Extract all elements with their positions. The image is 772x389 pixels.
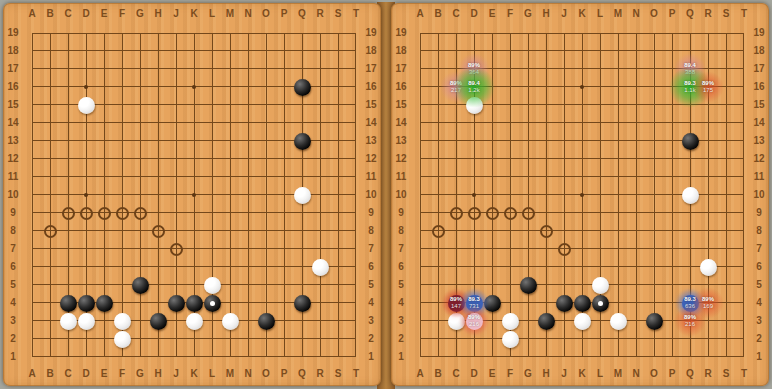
point-L13[interactable] — [591, 132, 609, 150]
point-F15[interactable] — [501, 96, 519, 114]
point-E4[interactable] — [483, 294, 501, 312]
point-D13[interactable] — [77, 132, 95, 150]
point-L10[interactable] — [203, 186, 221, 204]
point-F13[interactable] — [113, 132, 131, 150]
point-P17[interactable] — [275, 60, 293, 78]
point-O14[interactable] — [257, 114, 275, 132]
point-L2[interactable] — [591, 330, 609, 348]
point-Q13[interactable] — [293, 132, 311, 150]
point-A11[interactable] — [411, 168, 429, 186]
point-F12[interactable] — [501, 150, 519, 168]
point-D15[interactable] — [77, 96, 95, 114]
point-K1[interactable] — [185, 348, 203, 366]
point-M19[interactable] — [221, 24, 239, 42]
point-F4[interactable] — [113, 294, 131, 312]
point-Q14[interactable] — [293, 114, 311, 132]
point-Q8[interactable] — [293, 222, 311, 240]
point-E10[interactable] — [95, 186, 113, 204]
point-O5[interactable] — [257, 276, 275, 294]
point-K7[interactable] — [573, 240, 591, 258]
point-D19[interactable] — [465, 24, 483, 42]
point-J9[interactable] — [555, 204, 573, 222]
point-Q8[interactable] — [681, 222, 699, 240]
point-D10[interactable] — [77, 186, 95, 204]
point-J3[interactable] — [167, 312, 185, 330]
point-G7[interactable] — [519, 240, 537, 258]
point-H9[interactable] — [537, 204, 555, 222]
point-T10[interactable] — [347, 186, 365, 204]
point-E4[interactable] — [95, 294, 113, 312]
point-L10[interactable] — [591, 186, 609, 204]
point-G4[interactable] — [519, 294, 537, 312]
point-H13[interactable] — [537, 132, 555, 150]
point-O5[interactable] — [645, 276, 663, 294]
point-P10[interactable] — [275, 186, 293, 204]
point-Q2[interactable] — [293, 330, 311, 348]
point-J12[interactable] — [555, 150, 573, 168]
point-H14[interactable] — [537, 114, 555, 132]
point-N7[interactable] — [627, 240, 645, 258]
point-R14[interactable] — [699, 114, 717, 132]
point-A12[interactable] — [411, 150, 429, 168]
point-E13[interactable] — [483, 132, 501, 150]
point-P3[interactable] — [275, 312, 293, 330]
point-M18[interactable] — [609, 42, 627, 60]
point-R12[interactable] — [699, 150, 717, 168]
point-P5[interactable] — [275, 276, 293, 294]
point-D9[interactable] — [77, 204, 95, 222]
point-R12[interactable] — [311, 150, 329, 168]
point-Q18[interactable] — [681, 42, 699, 60]
point-K5[interactable] — [185, 276, 203, 294]
point-R16[interactable]: 89%175 — [699, 78, 717, 96]
point-O17[interactable] — [645, 60, 663, 78]
point-M13[interactable] — [221, 132, 239, 150]
point-G13[interactable] — [519, 132, 537, 150]
point-J2[interactable] — [167, 330, 185, 348]
point-N19[interactable] — [627, 24, 645, 42]
point-R2[interactable] — [311, 330, 329, 348]
point-G17[interactable] — [519, 60, 537, 78]
point-G13[interactable] — [131, 132, 149, 150]
point-C1[interactable] — [447, 348, 465, 366]
point-T6[interactable] — [347, 258, 365, 276]
point-N2[interactable] — [239, 330, 257, 348]
point-O17[interactable] — [257, 60, 275, 78]
point-S12[interactable] — [329, 150, 347, 168]
point-M8[interactable] — [221, 222, 239, 240]
point-P15[interactable] — [275, 96, 293, 114]
point-T9[interactable] — [347, 204, 365, 222]
point-F19[interactable] — [501, 24, 519, 42]
point-F1[interactable] — [501, 348, 519, 366]
analysis-R4[interactable]: 89%169 — [699, 294, 717, 312]
point-E15[interactable] — [95, 96, 113, 114]
point-D5[interactable] — [77, 276, 95, 294]
point-G12[interactable] — [519, 150, 537, 168]
point-J7[interactable] — [555, 240, 573, 258]
point-R5[interactable] — [311, 276, 329, 294]
point-A7[interactable] — [23, 240, 41, 258]
point-G18[interactable] — [131, 42, 149, 60]
point-N16[interactable] — [627, 78, 645, 96]
point-J11[interactable] — [167, 168, 185, 186]
point-J13[interactable] — [167, 132, 185, 150]
point-K10[interactable] — [185, 186, 203, 204]
point-O2[interactable] — [257, 330, 275, 348]
point-L16[interactable] — [591, 78, 609, 96]
point-M15[interactable] — [609, 96, 627, 114]
point-B19[interactable] — [429, 24, 447, 42]
point-P14[interactable] — [663, 114, 681, 132]
point-K9[interactable] — [573, 204, 591, 222]
point-T14[interactable] — [735, 114, 753, 132]
point-O12[interactable] — [645, 150, 663, 168]
point-A19[interactable] — [23, 24, 41, 42]
point-E17[interactable] — [95, 60, 113, 78]
point-Q15[interactable] — [681, 96, 699, 114]
point-O9[interactable] — [645, 204, 663, 222]
point-J19[interactable] — [555, 24, 573, 42]
point-M13[interactable] — [609, 132, 627, 150]
point-D17[interactable]: 89%364 — [465, 60, 483, 78]
point-E14[interactable] — [483, 114, 501, 132]
point-F17[interactable] — [501, 60, 519, 78]
point-M16[interactable] — [609, 78, 627, 96]
point-M8[interactable] — [609, 222, 627, 240]
point-K15[interactable] — [185, 96, 203, 114]
point-J6[interactable] — [555, 258, 573, 276]
analysis-D16[interactable]: 89.41.2k — [465, 78, 483, 96]
point-J8[interactable] — [555, 222, 573, 240]
point-P8[interactable] — [663, 222, 681, 240]
point-D7[interactable] — [77, 240, 95, 258]
point-S14[interactable] — [329, 114, 347, 132]
point-G4[interactable] — [131, 294, 149, 312]
point-F5[interactable] — [113, 276, 131, 294]
point-B9[interactable] — [41, 204, 59, 222]
point-T8[interactable] — [347, 222, 365, 240]
point-F15[interactable] — [113, 96, 131, 114]
point-L15[interactable] — [203, 96, 221, 114]
point-C8[interactable] — [59, 222, 77, 240]
point-J6[interactable] — [167, 258, 185, 276]
point-M2[interactable] — [609, 330, 627, 348]
point-J8[interactable] — [167, 222, 185, 240]
point-H7[interactable] — [149, 240, 167, 258]
point-H4[interactable] — [537, 294, 555, 312]
point-L9[interactable] — [203, 204, 221, 222]
point-E3[interactable] — [483, 312, 501, 330]
point-B7[interactable] — [429, 240, 447, 258]
point-C5[interactable] — [447, 276, 465, 294]
point-J13[interactable] — [555, 132, 573, 150]
point-N4[interactable] — [627, 294, 645, 312]
point-K17[interactable] — [573, 60, 591, 78]
point-A1[interactable] — [411, 348, 429, 366]
point-L8[interactable] — [203, 222, 221, 240]
point-R3[interactable] — [699, 312, 717, 330]
point-D3[interactable]: 89%216 — [465, 312, 483, 330]
point-A9[interactable] — [23, 204, 41, 222]
point-J16[interactable] — [555, 78, 573, 96]
point-M16[interactable] — [221, 78, 239, 96]
point-P17[interactable] — [663, 60, 681, 78]
point-E14[interactable] — [95, 114, 113, 132]
point-N3[interactable] — [627, 312, 645, 330]
point-E6[interactable] — [95, 258, 113, 276]
point-D2[interactable] — [77, 330, 95, 348]
point-K11[interactable] — [573, 168, 591, 186]
point-T16[interactable] — [347, 78, 365, 96]
point-B14[interactable] — [41, 114, 59, 132]
point-S4[interactable] — [717, 294, 735, 312]
point-P18[interactable] — [663, 42, 681, 60]
point-G1[interactable] — [131, 348, 149, 366]
point-B8[interactable] — [41, 222, 59, 240]
point-Q7[interactable] — [681, 240, 699, 258]
point-B17[interactable] — [429, 60, 447, 78]
point-H12[interactable] — [537, 150, 555, 168]
point-K3[interactable] — [185, 312, 203, 330]
point-R17[interactable] — [311, 60, 329, 78]
point-E18[interactable] — [483, 42, 501, 60]
point-C11[interactable] — [447, 168, 465, 186]
point-F5[interactable] — [501, 276, 519, 294]
point-C6[interactable] — [447, 258, 465, 276]
point-B11[interactable] — [41, 168, 59, 186]
point-R13[interactable] — [311, 132, 329, 150]
point-C19[interactable] — [447, 24, 465, 42]
point-C4[interactable]: 89%147 — [447, 294, 465, 312]
point-O10[interactable] — [257, 186, 275, 204]
point-F2[interactable] — [113, 330, 131, 348]
point-B7[interactable] — [41, 240, 59, 258]
point-M7[interactable] — [221, 240, 239, 258]
point-T7[interactable] — [735, 240, 753, 258]
point-B19[interactable] — [41, 24, 59, 42]
point-L6[interactable] — [591, 258, 609, 276]
point-S19[interactable] — [717, 24, 735, 42]
point-A4[interactable] — [23, 294, 41, 312]
point-H15[interactable] — [537, 96, 555, 114]
point-N8[interactable] — [239, 222, 257, 240]
point-N10[interactable] — [239, 186, 257, 204]
analysis-R16[interactable]: 89%175 — [699, 78, 717, 96]
point-H17[interactable] — [537, 60, 555, 78]
point-O9[interactable] — [257, 204, 275, 222]
point-T2[interactable] — [347, 330, 365, 348]
point-P2[interactable] — [275, 330, 293, 348]
point-M14[interactable] — [221, 114, 239, 132]
point-P5[interactable] — [663, 276, 681, 294]
point-G8[interactable] — [131, 222, 149, 240]
point-R18[interactable] — [699, 42, 717, 60]
point-Q19[interactable] — [293, 24, 311, 42]
point-E11[interactable] — [95, 168, 113, 186]
point-J1[interactable] — [167, 348, 185, 366]
point-T15[interactable] — [735, 96, 753, 114]
point-M3[interactable] — [221, 312, 239, 330]
point-Q5[interactable] — [293, 276, 311, 294]
point-B1[interactable] — [429, 348, 447, 366]
point-B8[interactable] — [429, 222, 447, 240]
point-N10[interactable] — [627, 186, 645, 204]
point-L18[interactable] — [203, 42, 221, 60]
point-B5[interactable] — [41, 276, 59, 294]
point-N17[interactable] — [627, 60, 645, 78]
point-S8[interactable] — [717, 222, 735, 240]
point-S6[interactable] — [717, 258, 735, 276]
point-P3[interactable] — [663, 312, 681, 330]
point-P14[interactable] — [275, 114, 293, 132]
point-F14[interactable] — [113, 114, 131, 132]
point-P15[interactable] — [663, 96, 681, 114]
point-L12[interactable] — [203, 150, 221, 168]
point-R16[interactable] — [311, 78, 329, 96]
point-B6[interactable] — [41, 258, 59, 276]
point-B10[interactable] — [429, 186, 447, 204]
analysis-Q4[interactable]: 89.3636 — [681, 294, 699, 312]
point-K14[interactable] — [185, 114, 203, 132]
point-B2[interactable] — [429, 330, 447, 348]
point-A6[interactable] — [23, 258, 41, 276]
point-C2[interactable] — [59, 330, 77, 348]
point-P4[interactable] — [663, 294, 681, 312]
point-E12[interactable] — [483, 150, 501, 168]
point-L17[interactable] — [203, 60, 221, 78]
point-N12[interactable] — [627, 150, 645, 168]
point-A10[interactable] — [411, 186, 429, 204]
point-F18[interactable] — [501, 42, 519, 60]
point-A19[interactable] — [411, 24, 429, 42]
point-R9[interactable] — [311, 204, 329, 222]
point-M7[interactable] — [609, 240, 627, 258]
point-H8[interactable] — [537, 222, 555, 240]
point-D12[interactable] — [77, 150, 95, 168]
point-N12[interactable] — [239, 150, 257, 168]
point-M17[interactable] — [221, 60, 239, 78]
point-H1[interactable] — [149, 348, 167, 366]
point-Q15[interactable] — [293, 96, 311, 114]
point-P9[interactable] — [275, 204, 293, 222]
point-O13[interactable] — [645, 132, 663, 150]
point-N3[interactable] — [239, 312, 257, 330]
point-R1[interactable] — [311, 348, 329, 366]
point-E9[interactable] — [483, 204, 501, 222]
point-O1[interactable] — [257, 348, 275, 366]
point-K7[interactable] — [185, 240, 203, 258]
point-H2[interactable] — [149, 330, 167, 348]
point-T12[interactable] — [735, 150, 753, 168]
point-K11[interactable] — [185, 168, 203, 186]
point-J17[interactable] — [167, 60, 185, 78]
point-K1[interactable] — [573, 348, 591, 366]
point-J15[interactable] — [555, 96, 573, 114]
point-D18[interactable] — [465, 42, 483, 60]
point-O15[interactable] — [257, 96, 275, 114]
point-S17[interactable] — [329, 60, 347, 78]
point-F9[interactable] — [501, 204, 519, 222]
point-L5[interactable] — [203, 276, 221, 294]
point-A5[interactable] — [23, 276, 41, 294]
point-P19[interactable] — [275, 24, 293, 42]
point-H19[interactable] — [149, 24, 167, 42]
point-D5[interactable] — [465, 276, 483, 294]
point-F4[interactable] — [501, 294, 519, 312]
point-R1[interactable] — [699, 348, 717, 366]
point-H16[interactable] — [149, 78, 167, 96]
point-D8[interactable] — [465, 222, 483, 240]
point-O18[interactable] — [257, 42, 275, 60]
point-L18[interactable] — [591, 42, 609, 60]
point-F3[interactable] — [501, 312, 519, 330]
point-E3[interactable] — [95, 312, 113, 330]
point-C14[interactable] — [59, 114, 77, 132]
point-E8[interactable] — [483, 222, 501, 240]
point-N2[interactable] — [627, 330, 645, 348]
point-B6[interactable] — [429, 258, 447, 276]
point-R14[interactable] — [311, 114, 329, 132]
point-O7[interactable] — [645, 240, 663, 258]
point-S14[interactable] — [717, 114, 735, 132]
point-B12[interactable] — [429, 150, 447, 168]
point-C7[interactable] — [59, 240, 77, 258]
point-E18[interactable] — [95, 42, 113, 60]
point-F16[interactable] — [113, 78, 131, 96]
point-S11[interactable] — [329, 168, 347, 186]
point-K6[interactable] — [573, 258, 591, 276]
point-G3[interactable] — [519, 312, 537, 330]
point-B13[interactable] — [429, 132, 447, 150]
analysis-C16[interactable]: 89%217 — [447, 78, 465, 96]
point-E11[interactable] — [483, 168, 501, 186]
point-N4[interactable] — [239, 294, 257, 312]
point-T14[interactable] — [347, 114, 365, 132]
point-H11[interactable] — [149, 168, 167, 186]
point-C11[interactable] — [59, 168, 77, 186]
point-R11[interactable] — [699, 168, 717, 186]
point-O10[interactable] — [645, 186, 663, 204]
point-C17[interactable] — [447, 60, 465, 78]
point-B5[interactable] — [429, 276, 447, 294]
point-R6[interactable] — [699, 258, 717, 276]
point-D16[interactable] — [77, 78, 95, 96]
point-J17[interactable] — [555, 60, 573, 78]
point-L2[interactable] — [203, 330, 221, 348]
point-D15[interactable] — [465, 96, 483, 114]
point-G19[interactable] — [519, 24, 537, 42]
point-B11[interactable] — [429, 168, 447, 186]
point-P6[interactable] — [663, 258, 681, 276]
point-J15[interactable] — [167, 96, 185, 114]
point-T13[interactable] — [347, 132, 365, 150]
point-F8[interactable] — [113, 222, 131, 240]
point-H2[interactable] — [537, 330, 555, 348]
point-F18[interactable] — [113, 42, 131, 60]
point-J10[interactable] — [167, 186, 185, 204]
point-M17[interactable] — [609, 60, 627, 78]
point-Q7[interactable] — [293, 240, 311, 258]
point-N15[interactable] — [239, 96, 257, 114]
point-Q6[interactable] — [681, 258, 699, 276]
point-M18[interactable] — [221, 42, 239, 60]
point-M5[interactable] — [609, 276, 627, 294]
point-R18[interactable] — [311, 42, 329, 60]
point-G10[interactable] — [131, 186, 149, 204]
point-A7[interactable] — [411, 240, 429, 258]
point-N16[interactable] — [239, 78, 257, 96]
